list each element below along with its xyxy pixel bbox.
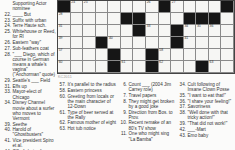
grid-cell[interactable]	[221, 37, 234, 49]
clue-text: "Well done with that tricky action!"	[188, 110, 235, 120]
grid-cell[interactable]	[83, 37, 96, 49]
clue-text: Harold of "Ghostbusters"	[13, 127, 57, 137]
grid-cell[interactable]: 27	[171, 1, 184, 13]
clue-number: 25.	[2, 29, 13, 39]
grid-cell[interactable]	[71, 13, 84, 25]
grid-cell[interactable]: 63	[209, 61, 222, 73]
grid-cell[interactable]: 62	[159, 61, 172, 73]
clue-text: Effs up	[13, 84, 57, 89]
clue-item: 43.Emo baby	[177, 133, 234, 138]
clue-text: Count ___ (2004 Jim Carrey role)	[129, 82, 177, 92]
clue-text: ___-Mart	[188, 127, 235, 132]
clue-number: 8.	[118, 99, 129, 109]
clue-number: 33.	[2, 89, 13, 99]
grid-cell[interactable]	[221, 49, 234, 61]
cell-number: 41	[184, 37, 188, 41]
grid-cell[interactable]	[184, 1, 197, 13]
clue-text: "That did not work!"	[188, 121, 235, 126]
clue-item: 27.Sub-feathers coat	[2, 46, 56, 51]
clue-text: Terre Haute sch.	[13, 23, 57, 28]
cell-number: 62	[159, 61, 163, 65]
clue-item: 25.Whitehouse or Reed, for RI	[2, 29, 56, 39]
grid-cell-black	[133, 25, 146, 37]
clue-item: 60.Greeting from locals or the main char…	[57, 94, 116, 109]
grid-cell[interactable]	[108, 25, 121, 37]
grid-cell[interactable]	[221, 25, 234, 37]
clue-text: "I want to eat that!"	[188, 93, 235, 98]
grid-cell[interactable]	[159, 13, 172, 25]
cell-number: 33	[147, 25, 151, 29]
clue-number: 26.	[2, 40, 13, 45]
clue-number: 7.	[118, 93, 129, 98]
cell-number: 36	[210, 25, 214, 29]
cell-number: 58	[159, 49, 163, 53]
clue-item: 39."That did not work!"	[177, 121, 234, 126]
clue-item: Supporting Actor nominee	[2, 1, 56, 11]
clue-item: 26.Eastern "way"	[2, 40, 56, 45]
grid-cell[interactable]	[209, 37, 222, 49]
clue-number: 36.	[177, 99, 188, 104]
cell-number: 63	[210, 61, 214, 65]
grid-cell-black	[196, 61, 209, 73]
grid-cell[interactable]	[71, 61, 84, 73]
clue-text: OS of choice for	[13, 149, 57, 150]
grid-cell[interactable]	[83, 13, 96, 25]
clue-number: 34.	[177, 82, 188, 92]
clue-number: 57.	[57, 82, 68, 87]
grid-cell[interactable]	[108, 1, 121, 13]
clue-item: 9.Direction from Bos. to Prov.	[118, 110, 176, 120]
grid-cell[interactable]	[83, 25, 96, 37]
grid-cell[interactable]	[221, 61, 234, 73]
clue-text: Greeting from locals or the main charact…	[68, 94, 117, 109]
clue-item: 40.Harold of "Ghostbusters"	[2, 127, 56, 137]
grid-cell[interactable]	[133, 49, 146, 61]
grid-cell[interactable]: 31	[58, 25, 71, 37]
grid-cell[interactable]: 39	[58, 37, 71, 49]
clue-item: 11.One who might sing "La Bamba"	[118, 131, 176, 141]
grid-cell[interactable]	[71, 49, 84, 61]
grid-cell[interactable]	[159, 25, 172, 37]
clue-item: 58.Eastern princess	[57, 88, 116, 93]
cell-number: 57	[59, 49, 63, 53]
cell-number: 39	[59, 37, 63, 41]
grid-cell[interactable]: 57	[58, 49, 71, 61]
grid-cell[interactable]	[196, 37, 209, 49]
clue-text: Famous mother of eight	[68, 120, 117, 125]
clue-item: 37.Savoriness	[177, 104, 234, 109]
clue-item: 10.Recent remake of an 80's TV show	[118, 120, 176, 130]
grid-cell-black	[221, 1, 234, 13]
grid-cell[interactable]: 60	[58, 61, 71, 73]
clue-text: One who might sing "La Bamba"	[129, 131, 177, 141]
grid-cell[interactable]: 41	[184, 37, 197, 49]
grid-cell[interactable]: 61	[121, 61, 134, 73]
grid-cell-black	[146, 61, 159, 73]
clue-text: Vice president Spiro et al.	[13, 138, 57, 148]
clue-item: 41.Vice president Spiro et al.	[2, 138, 56, 148]
clue-item: 35."I want to eat that!"	[177, 93, 234, 98]
grid-cell[interactable]	[184, 49, 197, 61]
grid-cell[interactable]	[209, 1, 222, 13]
clue-item: 39.Seethe	[2, 122, 56, 127]
grid-cell[interactable]: 33	[146, 25, 159, 37]
clue-number: 63.	[57, 126, 68, 131]
grid-cell[interactable]	[171, 61, 184, 73]
clue-number: 34.	[2, 100, 13, 121]
clue-item: 28."___ Diego, which of course in German…	[2, 52, 56, 78]
grid-cell[interactable]	[133, 1, 146, 13]
clue-item: 61.Type of beer served at the Rally	[57, 110, 116, 120]
cell-number: 40	[109, 37, 113, 41]
clue-text: Eastern princess	[68, 88, 117, 93]
grid-cell-black	[159, 1, 172, 13]
clue-text: Hot tub notice	[68, 126, 117, 131]
grid-cell[interactable]: 58	[159, 49, 172, 61]
grid-cell[interactable]	[121, 37, 134, 49]
clue-number: 29.	[2, 78, 13, 83]
clue-number: 43.	[177, 133, 188, 138]
grid-cell[interactable]: 36	[209, 25, 222, 37]
clue-text: Mayor-elect of Chicago	[13, 89, 57, 99]
crossword-grid: 24252627283133343536394041575860616263	[57, 0, 235, 74]
clue-text: Direction from Bos. to Prov.	[129, 110, 177, 120]
clue-item: 38."Well done with that tricky action!"	[177, 110, 234, 120]
clue-number: 27.	[2, 46, 13, 51]
cell-number: 27	[172, 1, 176, 5]
cell-number: 61	[122, 61, 126, 65]
clue-text: It's parallel to the radius	[68, 82, 117, 87]
grid-cell[interactable]	[133, 37, 146, 49]
clue-item: 31.Effs up	[2, 84, 56, 89]
grid-cell[interactable]: 34	[184, 25, 197, 37]
clue-number: 60.	[57, 94, 68, 109]
grid-cell[interactable]	[71, 25, 84, 37]
grid-cell-black	[108, 49, 121, 61]
cell-number: 35	[197, 25, 201, 29]
grid-cell[interactable]	[71, 37, 84, 49]
clue-text: Cult following of Insane Clown Posse	[188, 82, 235, 92]
clue-item: 23.Suffix with urban	[2, 18, 56, 23]
clue-text: Type of beer served at the Rally	[68, 110, 117, 120]
grid-cell[interactable]	[96, 25, 109, 37]
grid-cell[interactable]	[121, 1, 134, 13]
clue-item: 33.Mayor-elect of Chicago	[2, 89, 56, 99]
clue-text: Recent remake of an 80's TV show	[129, 120, 177, 130]
grid-cell[interactable]	[146, 37, 159, 49]
clue-number: 9.	[118, 110, 129, 120]
grid-cell[interactable]	[96, 13, 109, 25]
clue-number: 44.	[2, 149, 13, 150]
cell-number: 24	[71, 1, 75, 5]
grid-cell[interactable]: 26	[146, 1, 159, 13]
clue-text: Whitehouse or Reed, for RI	[13, 29, 57, 39]
clue-column-left: Supporting Actor nominee22.____ But23.Su…	[2, 1, 56, 150]
clue-number: 39.	[177, 121, 188, 126]
clue-item: 34.Disney Channel movie about a surfer w…	[2, 100, 56, 121]
grid-cell-black	[146, 49, 159, 61]
clue-item: 42.___-Mart	[177, 127, 234, 132]
grid-cell[interactable]: 35	[196, 25, 209, 37]
clue-number: 10.	[118, 120, 129, 130]
clue-text: Eastern "way"	[13, 40, 57, 45]
clue-text: They might get broken by a good joke	[129, 99, 177, 109]
clue-number: 23.	[2, 18, 13, 23]
grid-cell[interactable]	[121, 25, 134, 37]
grid-cell[interactable]	[83, 61, 96, 73]
grid-cell[interactable]	[196, 1, 209, 13]
clue-number: 41.	[2, 138, 13, 148]
grid-cell-black	[171, 37, 184, 49]
clue-item: 57.It's parallel to the radius	[57, 82, 116, 87]
clue-number: 58.	[57, 88, 68, 93]
clue-text: Supporting Actor nominee	[13, 1, 57, 11]
clue-item: 34.Cult following of Insane Clown Posse	[177, 82, 234, 92]
grid-cell[interactable]: 24	[71, 1, 84, 13]
cell-number: 26	[147, 1, 151, 5]
grid-cell-black	[133, 13, 146, 25]
clue-number: 28.	[2, 52, 13, 78]
grid-cell-black	[96, 37, 109, 49]
clue-item: 6.Count ___ (2004 Jim Carrey role)	[118, 82, 176, 92]
grid-cell[interactable]: 40	[108, 37, 121, 49]
clue-item: 7.Travel papers	[118, 93, 176, 98]
clue-text: Savoriness	[188, 104, 235, 109]
clue-number: 35.	[177, 93, 188, 98]
grid-cell[interactable]	[196, 49, 209, 61]
clue-number: 42.	[177, 127, 188, 132]
clue-text: Travel papers	[129, 93, 177, 98]
clue-column-bottom-2: 6.Count ___ (2004 Jim Carrey role)7.Trav…	[118, 82, 176, 142]
cell-number: 28	[59, 13, 63, 17]
clue-number: 37.	[177, 104, 188, 109]
grid-cell[interactable]	[133, 61, 146, 73]
grid-cell-black	[108, 61, 121, 73]
clue-number: 40.	[2, 127, 13, 137]
clue-number: 62.	[57, 120, 68, 125]
clue-text: "___ Diego, which of course in German me…	[13, 52, 57, 78]
clue-text: Seethe	[13, 122, 57, 127]
grid-cell[interactable]	[184, 61, 197, 73]
clue-text: Sub-feathers coat	[13, 46, 57, 51]
clue-text: "I share your feeling!"	[188, 99, 235, 104]
clue-item: 36."I share your feeling!"	[177, 99, 234, 104]
grid-cell[interactable]	[96, 1, 109, 13]
grid-cell-black	[121, 13, 134, 25]
clue-column-bottom-3: 34.Cult following of Insane Clown Posse3…	[177, 82, 234, 138]
clue-text: Seattle's ___ Field	[13, 78, 57, 83]
clue-item: 24.Terre Haute sch.	[2, 23, 56, 28]
cell-number: 31	[59, 25, 63, 29]
clue-number: 22.	[2, 12, 13, 17]
clue-item: 44.OS of choice for	[2, 149, 56, 150]
clue-number: 11.	[118, 131, 129, 141]
grid-cell[interactable]: 25	[83, 1, 96, 13]
clue-number: 24.	[2, 23, 13, 28]
grid-cell[interactable]	[108, 13, 121, 25]
clue-number	[2, 1, 13, 11]
clue-item: 62.Famous mother of eight	[57, 120, 116, 125]
clue-item: 8.They might get broken by a good joke	[118, 99, 176, 109]
clue-item: 29.Seattle's ___ Field	[2, 78, 56, 83]
cell-number: 25	[84, 1, 88, 5]
grid-cell[interactable]	[171, 13, 184, 25]
clue-number: 39.	[2, 122, 13, 127]
grid-cell[interactable]	[159, 37, 172, 49]
grid-cell[interactable]	[83, 49, 96, 61]
grid-cell[interactable]	[96, 49, 109, 61]
grid-cell[interactable]	[221, 13, 234, 25]
clue-text: Emo baby	[188, 133, 235, 138]
cell-number: 60	[59, 61, 63, 65]
clue-number: 6.	[118, 82, 129, 92]
clue-number: 38.	[177, 110, 188, 120]
clue-item: 63.Hot tub notice	[57, 126, 116, 131]
grid-cell[interactable]	[209, 49, 222, 61]
clue-text: Suffix with urban	[13, 18, 57, 23]
cell-number: 34	[184, 25, 188, 29]
grid-cell[interactable]	[121, 49, 134, 61]
clue-text: Disney Channel movie about a surfer who …	[13, 100, 57, 121]
clue-number: 61.	[57, 110, 68, 120]
grid-cell[interactable]	[171, 49, 184, 61]
clue-column-bottom-1: 57.It's parallel to the radius58.Eastern…	[57, 82, 116, 132]
grid-cell-black	[171, 25, 184, 37]
clue-item: 22.____ But	[2, 12, 56, 17]
clue-number: 31.	[2, 84, 13, 89]
clue-text: ____ But	[13, 12, 57, 17]
copyright-text: KC2011	[58, 75, 72, 79]
grid-cell[interactable]	[96, 61, 109, 73]
